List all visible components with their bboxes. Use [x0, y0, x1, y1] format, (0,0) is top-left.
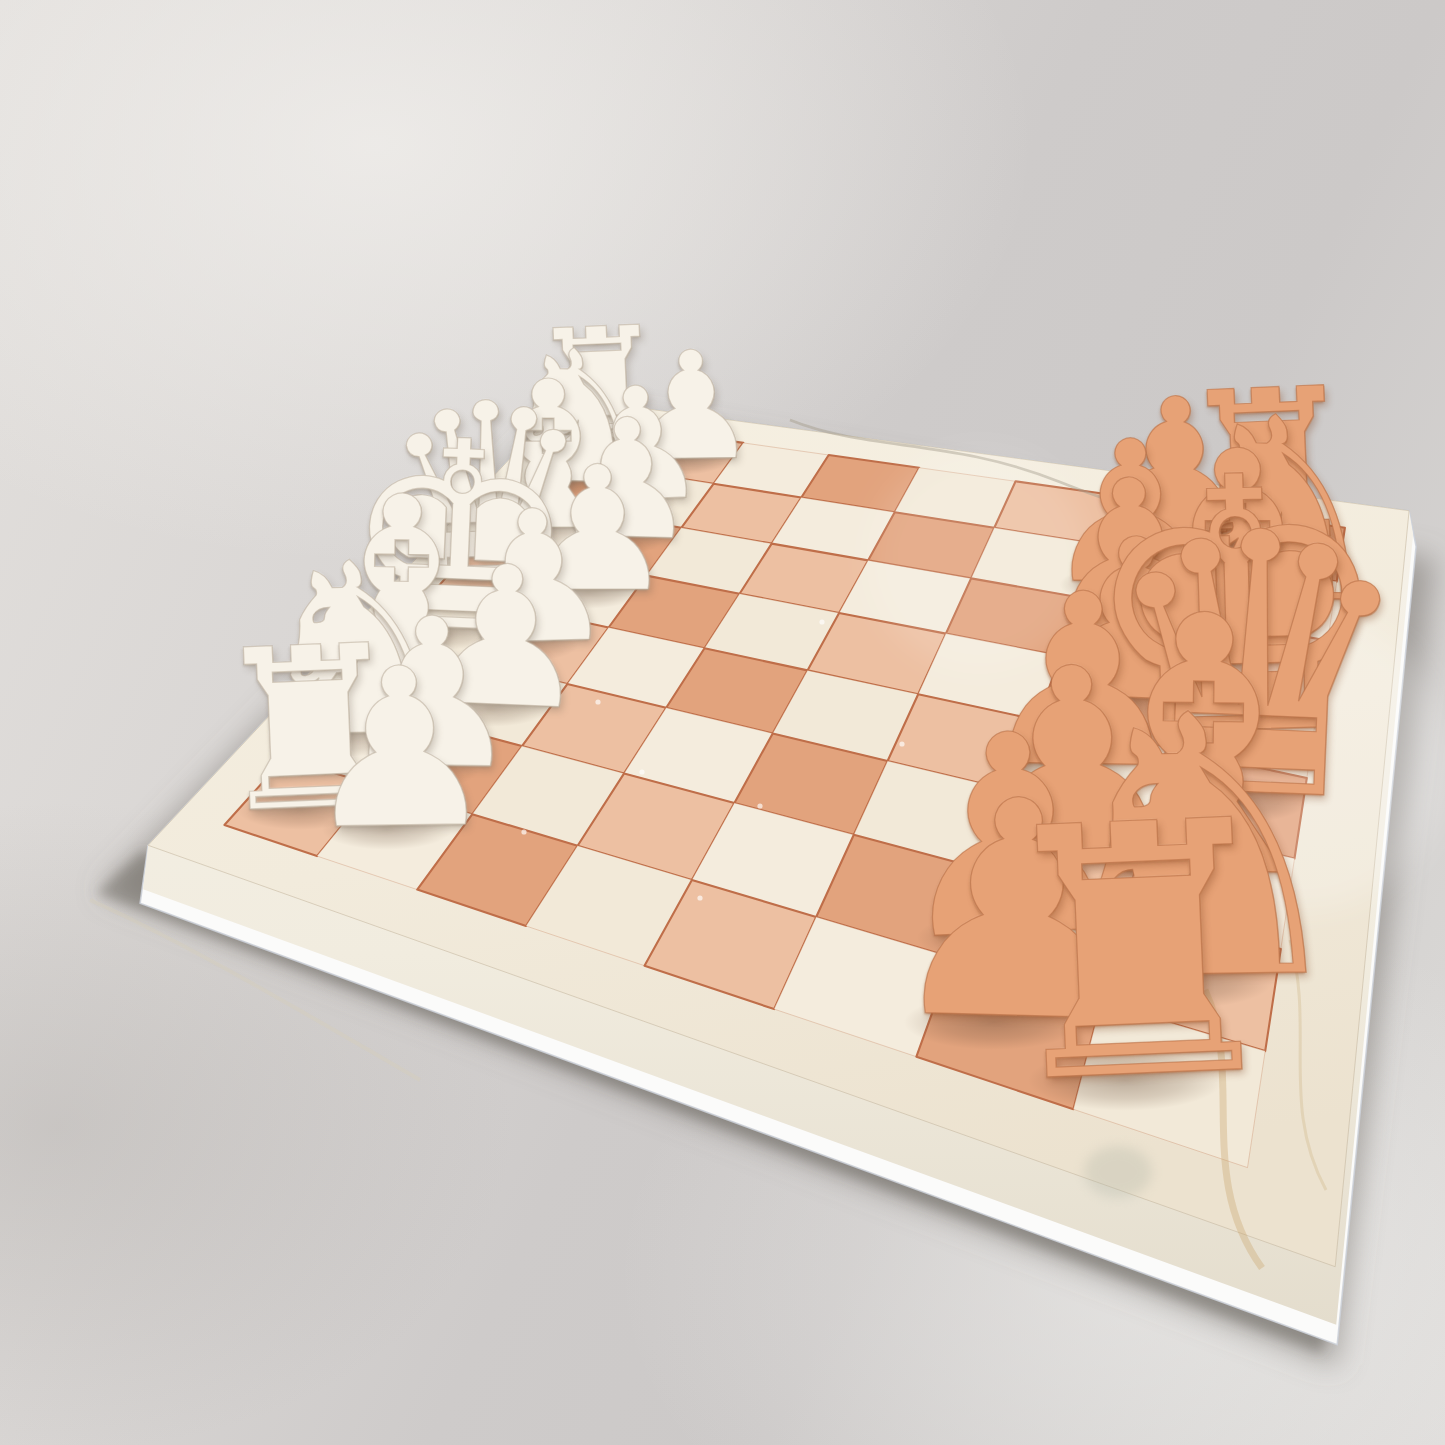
gloss-highlight	[1150, 610, 1445, 910]
chess-scene: ♜♟♞♟♝♟♟♜♛♟♟♞♟♚♟♝♝♟♟♚♞♟♟♛♜♟♟♝♟♞♟♜	[0, 0, 1445, 1445]
chess-board	[0, 0, 1445, 1445]
